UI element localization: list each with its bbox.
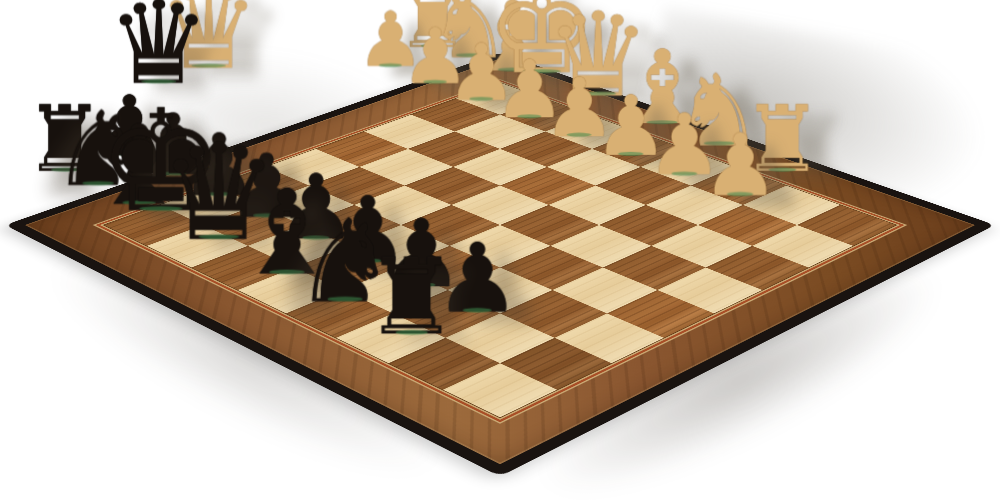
- product-photo: ♜♞♝♛♚♝♞♜♟♟♟♟♟♟♟♟♟♟♟♟♟♟♟♟♜♞♝♛♚♝♞♜♛♛: [0, 0, 1000, 500]
- piece-black-rook-a8: ♜: [364, 245, 458, 350]
- chess-board: ♜♞♝♛♚♝♞♜♟♟♟♟♟♟♟♟♟♟♟♟♟♟♟♟♜♞♝♛♚♝♞♜♛♛: [5, 53, 995, 477]
- piece-white-pawn-a2: ♟: [702, 122, 779, 208]
- pieces-layer: ♜♞♝♛♚♝♞♜♟♟♟♟♟♟♟♟♟♟♟♟♟♟♟♟♜♞♝♛♚♝♞♜♛♛: [104, 83, 896, 418]
- scene: ♜♞♝♛♚♝♞♜♟♟♟♟♟♟♟♟♟♟♟♟♟♟♟♟♜♞♝♛♚♝♞♜♛♛: [0, 0, 1000, 500]
